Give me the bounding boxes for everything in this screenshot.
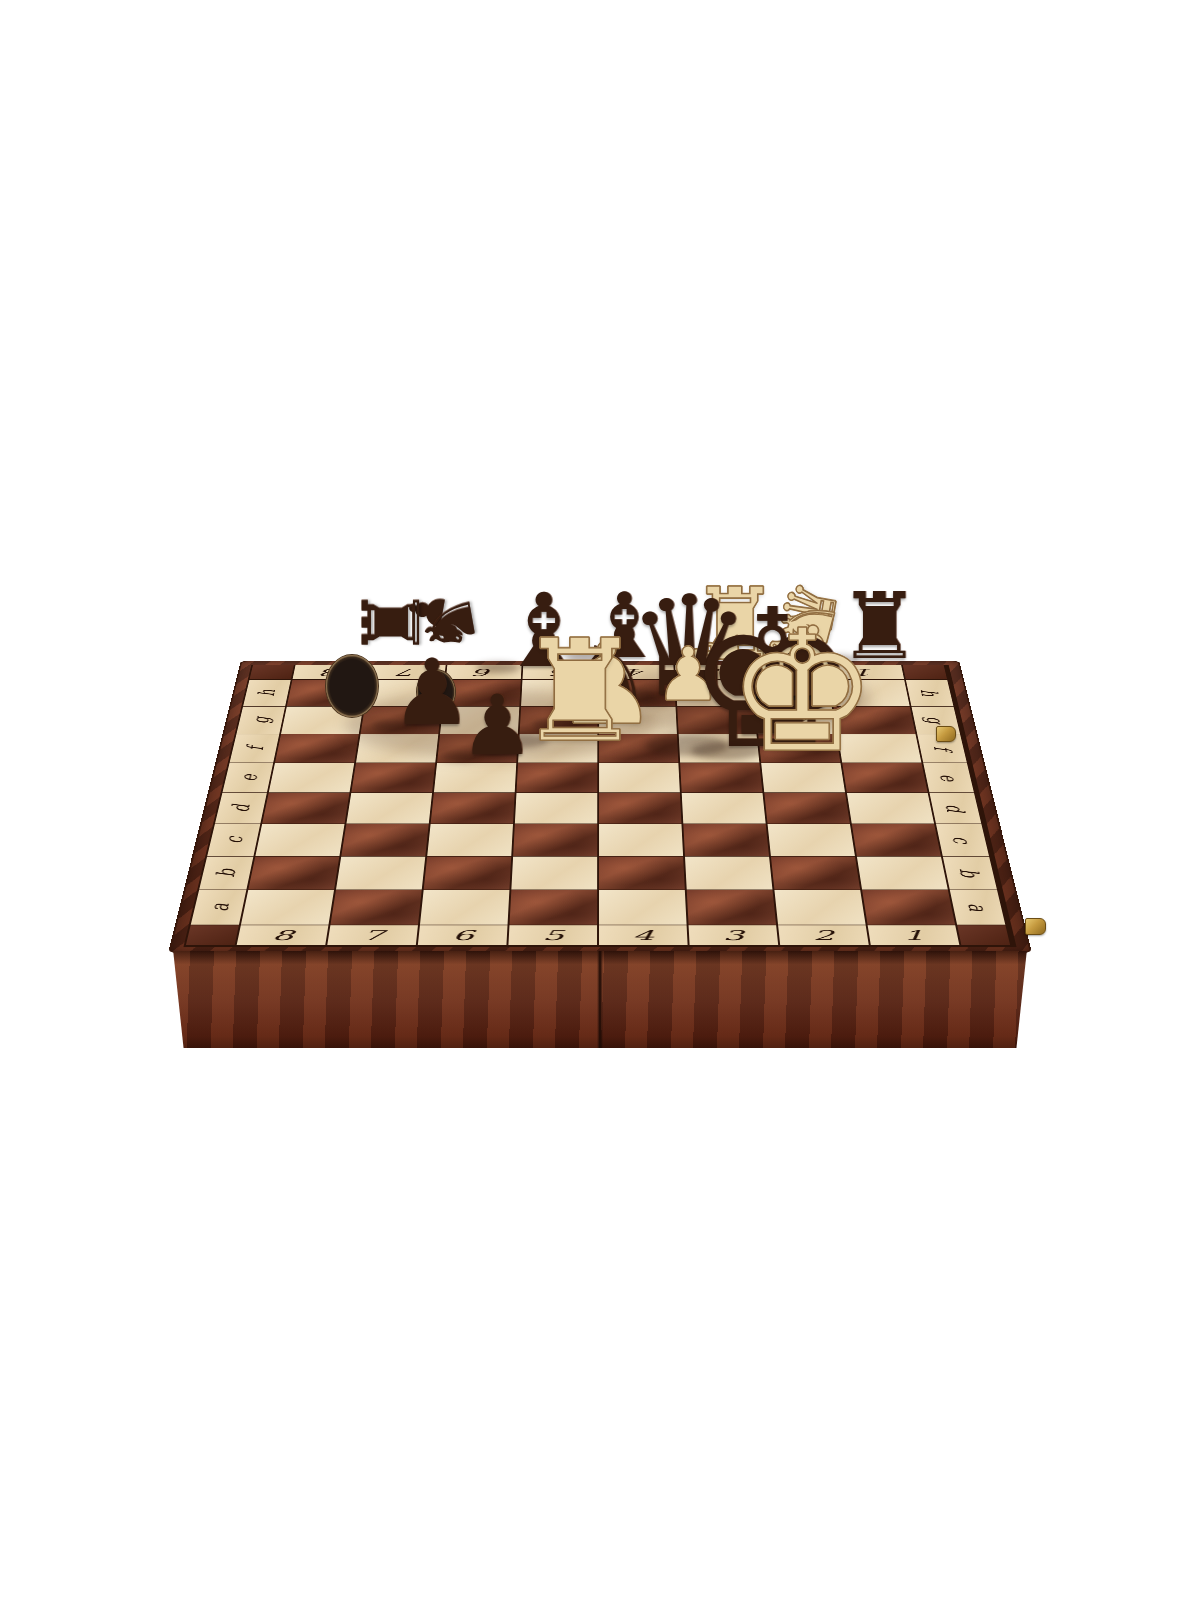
square-b7 [336,857,425,890]
coord-band-cell: 1 [868,925,960,945]
band-corner [903,665,947,679]
square-b1 [857,857,948,890]
square-h7 [365,680,444,706]
board-grid: 87654321hhggffeeddccbbaa87654321 [183,665,1016,948]
back-rank-label-1: 1 [855,667,875,678]
front-rank-label-3: 3 [722,927,745,943]
right-file-label-c: c [947,836,977,843]
square-d2 [764,793,850,823]
right-file-label-b: b [954,869,984,877]
coord-band-cell: 7 [327,925,418,945]
left-file-label-h: h [254,689,281,696]
square-d3 [682,793,766,823]
square-a1 [862,890,955,924]
coord-band-cell: h [906,680,953,706]
square-a3 [687,890,776,924]
right-file-label-a: a [962,903,993,911]
square-f8 [275,734,359,762]
band-corner [250,665,294,679]
square-d8 [262,793,349,823]
square-e6 [434,763,516,792]
square-c5 [513,824,597,856]
coord-band-cell: e [222,763,273,792]
square-g2 [755,707,836,734]
square-d4 [599,793,681,823]
square-d6 [431,793,515,823]
square-a4 [599,890,687,924]
square-c8 [255,824,344,856]
square-g6 [440,707,519,734]
back-rank-label-5: 5 [551,667,569,678]
coord-band-cell: 8 [293,665,370,679]
coord-band-cell: 8 [237,925,329,945]
coord-band-cell: e [923,763,974,792]
square-g1 [833,707,915,734]
brass-clasp-2 [1025,918,1046,935]
square-e8 [269,763,354,792]
square-e7 [351,763,435,792]
square-b4 [599,857,685,890]
square-d1 [847,793,934,823]
coord-band-cell: d [215,793,267,823]
left-file-label-d: d [227,804,256,812]
back-rank-label-3: 3 [703,667,722,678]
square-h6 [443,680,521,706]
product-photo-stage: 87654321hhggffeeddccbbaa87654321 ♟♞♛♞♝♜♜… [0,0,1200,1600]
coord-band-cell: f [230,734,280,762]
band-corner [957,925,1010,945]
front-rank-label-4: 4 [632,927,654,943]
square-c4 [599,824,683,856]
coord-band-cell: b [943,857,997,890]
front-rank-label-7: 7 [361,927,385,943]
square-e1 [842,763,927,792]
front-rank-label-5: 5 [542,927,564,943]
coord-band-cell: d [930,793,982,823]
right-file-label-e: e [934,774,962,781]
coord-band-cell: 5 [508,925,597,945]
back-rank-label-8: 8 [321,667,341,678]
coord-band-cell: 5 [523,665,598,679]
coord-band-cell: b [199,857,253,890]
square-a2 [774,890,865,924]
square-b8 [248,857,339,890]
front-rank-label-2: 2 [811,927,834,943]
right-file-label-d: d [941,804,970,812]
brass-clasp-1 [936,726,956,742]
coord-band-cell: a [950,890,1005,924]
coord-band-cell: 3 [675,665,751,679]
coord-band-cell: 6 [446,665,522,679]
chess-board-3d: 87654321hhggffeeddccbbaa87654321 [168,661,1032,953]
square-a5 [510,890,598,924]
square-h1 [829,680,909,706]
coord-band-cell: c [207,824,260,856]
square-e5 [517,763,598,792]
square-e4 [599,763,680,792]
left-file-label-a: a [203,903,234,911]
coord-band-cell: 1 [827,665,904,679]
coord-band-cell: 3 [689,925,779,945]
square-f6 [437,734,518,762]
back-rank-label-7: 7 [398,667,418,678]
square-d5 [515,793,597,823]
square-h8 [287,680,367,706]
coord-band-cell: h [243,680,291,706]
square-e3 [680,763,762,792]
back-rank-label-4: 4 [627,667,645,678]
left-file-label-f: f [241,746,268,750]
square-a6 [420,890,509,924]
square-h4 [599,680,675,706]
board-fold-seam [597,951,603,1048]
square-f4 [599,734,678,762]
square-c7 [341,824,428,856]
square-a8 [241,890,334,924]
square-g4 [599,707,677,734]
front-rank-label-8: 8 [271,927,295,943]
square-d7 [346,793,432,823]
square-h5 [521,680,597,706]
square-h2 [753,680,832,706]
square-g3 [677,707,756,734]
board-rim: 87654321hhggffeeddccbbaa87654321 [168,661,1032,953]
square-f3 [679,734,760,762]
square-b3 [685,857,772,890]
square-b6 [424,857,512,890]
coord-band-cell: a [191,890,246,924]
left-file-label-c: c [219,836,249,843]
square-c3 [683,824,769,856]
square-b5 [511,857,597,890]
right-file-label-h: h [916,689,943,696]
front-rank-label-1: 1 [901,927,925,943]
left-file-label-b: b [211,869,241,877]
coord-band-cell: 4 [599,925,688,945]
square-f7 [356,734,438,762]
square-g5 [520,707,598,734]
square-e2 [761,763,845,792]
back-rank-label-6: 6 [474,667,493,678]
right-file-label-f: f [928,746,955,750]
coord-band-cell: 2 [751,665,827,679]
coord-band-cell: c [936,824,989,856]
square-h3 [676,680,754,706]
square-c6 [427,824,513,856]
square-f1 [838,734,922,762]
square-c2 [768,824,855,856]
band-corner [186,925,239,945]
square-f5 [518,734,597,762]
square-b2 [771,857,860,890]
square-g8 [281,707,363,734]
coord-band-cell: 6 [418,925,508,945]
right-file-label-g: g [922,717,950,724]
coord-band-cell: 2 [778,925,869,945]
folding-box-front-face [168,951,1032,1048]
left-file-label-g: g [247,717,275,724]
square-a7 [330,890,421,924]
coord-band-cell: g [237,707,286,734]
square-f2 [758,734,840,762]
square-c1 [852,824,941,856]
left-file-label-e: e [234,774,263,781]
coord-band-cell: 7 [369,665,445,679]
coord-band-cell: 4 [599,665,674,679]
square-g7 [361,707,442,734]
front-rank-label-6: 6 [452,927,475,943]
back-rank-label-2: 2 [779,667,799,678]
